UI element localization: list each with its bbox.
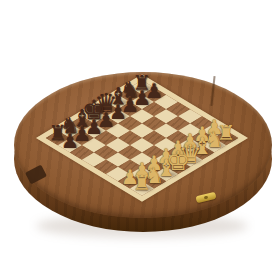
chess-stage: ♜♞♝♛♚♝♞♜♟♟♟♟♟♟♟♟♟♟♟♟♟♟♟♟♜♞♝♛♚♝♞♜ [0,0,280,280]
piece-white-rook[interactable]: ♜ [133,173,152,194]
piece-black-pawn[interactable]: ♟ [61,131,79,151]
